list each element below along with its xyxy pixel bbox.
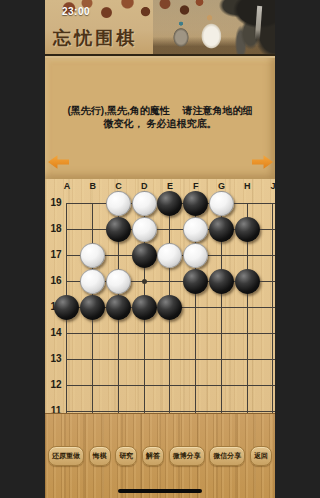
board-cell-A19[interactable] (54, 190, 80, 216)
black-stone-D17 (132, 243, 157, 268)
board-cell-D11[interactable] (131, 398, 157, 413)
undo-move-button[interactable]: 悔棋 (89, 446, 111, 466)
board-cell-G18[interactable] (209, 216, 235, 242)
board-cell-J15[interactable] (260, 294, 275, 320)
white-stone-D18 (132, 217, 157, 242)
board-cell-D15[interactable] (131, 294, 157, 320)
board-cell-F18[interactable] (183, 216, 209, 242)
board-cell-H15[interactable] (234, 294, 260, 320)
answer-button[interactable]: 解答 (142, 446, 164, 466)
board-cell-E16[interactable] (157, 268, 183, 294)
board-cell-C19[interactable] (106, 190, 132, 216)
board-cell-E12[interactable] (157, 372, 183, 398)
board-cell-E13[interactable] (157, 346, 183, 372)
star-point (142, 279, 147, 284)
white-stone-F17 (183, 243, 208, 268)
bottom-toolbar: 还原重做悔棋研究解答微博分享微信分享返回 (45, 413, 275, 498)
reset-redo-button[interactable]: 还原重做 (48, 446, 84, 466)
board-cell-A16[interactable] (54, 268, 80, 294)
black-stone-D15 (132, 295, 157, 320)
board-cell-J18[interactable] (260, 216, 275, 242)
board-cell-B17[interactable] (80, 242, 106, 268)
board-cell-A18[interactable] (54, 216, 80, 242)
board-cell-J14[interactable] (260, 320, 275, 346)
black-stone-A15 (54, 295, 79, 320)
board-cell-J13[interactable] (260, 346, 275, 372)
board-cell-F11[interactable] (183, 398, 209, 413)
white-stone-D19 (132, 191, 157, 216)
black-stone-H16 (235, 269, 260, 294)
board-cell-H13[interactable] (234, 346, 260, 372)
app-header: 23:00 忘忧围棋 (45, 0, 275, 56)
puzzle-text-line1: (黑先行),黑先,角的魔性 请注意角地的细 (68, 105, 253, 116)
white-stone-G19 (209, 191, 234, 216)
board-cell-F14[interactable] (183, 320, 209, 346)
board-cell-C12[interactable] (106, 372, 132, 398)
board-cell-D18[interactable] (131, 216, 157, 242)
board-cell-H11[interactable] (234, 398, 260, 413)
board-cell-H19[interactable] (234, 190, 260, 216)
app-title: 忘忧围棋 (53, 26, 137, 50)
board-cell-F19[interactable] (183, 190, 209, 216)
white-stone-E17 (157, 243, 182, 268)
board-grid (54, 190, 275, 413)
puzzle-description-panel: (黑先行),黑先,角的魔性 请注意角地的细 微变化， 务必追根究底。 (45, 58, 275, 179)
home-indicator[interactable] (118, 489, 202, 493)
board-cell-F12[interactable] (183, 372, 209, 398)
board-cell-B11[interactable] (80, 398, 106, 413)
board-cell-E18[interactable] (157, 216, 183, 242)
board-cell-C17[interactable] (106, 242, 132, 268)
board-cell-B13[interactable] (80, 346, 106, 372)
board-cell-J12[interactable] (260, 372, 275, 398)
board-cell-E11[interactable] (157, 398, 183, 413)
board-cell-C13[interactable] (106, 346, 132, 372)
board-cell-C11[interactable] (106, 398, 132, 413)
white-stone-C16 (106, 269, 131, 294)
next-problem-arrow-button[interactable] (252, 154, 273, 170)
board-cell-G12[interactable] (209, 372, 235, 398)
white-stone-C19 (106, 191, 131, 216)
board-cell-G15[interactable] (209, 294, 235, 320)
board-cell-J19[interactable] (260, 190, 275, 216)
board-cell-D13[interactable] (131, 346, 157, 372)
board-cell-H12[interactable] (234, 372, 260, 398)
toolbar-button-row: 还原重做悔棋研究解答微博分享微信分享返回 (45, 446, 275, 466)
board-cell-H17[interactable] (234, 242, 260, 268)
board-cell-H18[interactable] (234, 216, 260, 242)
board-cell-B19[interactable] (80, 190, 106, 216)
board-cell-J11[interactable] (260, 398, 275, 413)
board-cell-C15[interactable] (106, 294, 132, 320)
puzzle-text-line2: 微变化， 务必追根究底。 (104, 118, 217, 129)
puzzle-description-text: (黑先行),黑先,角的魔性 请注意角地的细 微变化， 务必追根究底。 (52, 104, 268, 130)
board-cell-A12[interactable] (54, 372, 80, 398)
white-stone-B16 (80, 269, 105, 294)
board-cell-F16[interactable] (183, 268, 209, 294)
board-cell-J16[interactable] (260, 268, 275, 294)
black-stone-H18 (235, 217, 260, 242)
board-cell-D19[interactable] (131, 190, 157, 216)
board-cell-C18[interactable] (106, 216, 132, 242)
black-stone-B15 (80, 295, 105, 320)
back-button[interactable]: 返回 (250, 446, 272, 466)
white-stone-F18 (183, 217, 208, 242)
board-cell-F13[interactable] (183, 346, 209, 372)
status-bar-time: 23:00 (62, 6, 90, 17)
board-cell-H16[interactable] (234, 268, 260, 294)
board-cell-B15[interactable] (80, 294, 106, 320)
black-stone-G18 (209, 217, 234, 242)
board-cell-A15[interactable] (54, 294, 80, 320)
board-cell-B16[interactable] (80, 268, 106, 294)
board-cell-D17[interactable] (131, 242, 157, 268)
board-cell-G11[interactable] (209, 398, 235, 413)
board-cell-A17[interactable] (54, 242, 80, 268)
board-cell-D14[interactable] (131, 320, 157, 346)
board-cell-E19[interactable] (157, 190, 183, 216)
white-stone-B17 (80, 243, 105, 268)
board-cell-J17[interactable] (260, 242, 275, 268)
black-stone-C18 (106, 217, 131, 242)
board-cell-G17[interactable] (209, 242, 235, 268)
research-button[interactable]: 研究 (115, 446, 137, 466)
app-screen: 23:00 忘忧围棋 (黑先行),黑先,角的魔性 请注意角地的细 微变化， 务必… (45, 0, 275, 498)
board-cell-A13[interactable] (54, 346, 80, 372)
board-cell-E17[interactable] (157, 242, 183, 268)
weibo-share-button[interactable]: 微博分享 (169, 446, 205, 466)
board-cell-C16[interactable] (106, 268, 132, 294)
board-cell-E14[interactable] (157, 320, 183, 346)
board-cell-G14[interactable] (209, 320, 235, 346)
board-cell-B14[interactable] (80, 320, 106, 346)
black-stone-G16 (209, 269, 234, 294)
board-cell-G19[interactable] (209, 190, 235, 216)
black-stone-E15 (157, 295, 182, 320)
board-cell-B12[interactable] (80, 372, 106, 398)
board-cell-G13[interactable] (209, 346, 235, 372)
black-stone-C15 (106, 295, 131, 320)
board-cell-D12[interactable] (131, 372, 157, 398)
black-stone-F19 (183, 191, 208, 216)
board-cell-F15[interactable] (183, 294, 209, 320)
board-cell-H14[interactable] (234, 320, 260, 346)
board-cell-C14[interactable] (106, 320, 132, 346)
prev-problem-arrow-button[interactable] (48, 154, 69, 170)
go-board[interactable]: ABCDEFGHJ 191817161514131211 (45, 179, 275, 413)
wechat-share-button[interactable]: 微信分享 (209, 446, 245, 466)
black-stone-F16 (183, 269, 208, 294)
black-stone-E19 (157, 191, 182, 216)
board-cell-A14[interactable] (54, 320, 80, 346)
board-cell-A11[interactable] (54, 398, 80, 413)
board-cell-G16[interactable] (209, 268, 235, 294)
board-cell-D16[interactable] (131, 268, 157, 294)
board-cell-E15[interactable] (157, 294, 183, 320)
board-cell-F17[interactable] (183, 242, 209, 268)
board-cell-B18[interactable] (80, 216, 106, 242)
